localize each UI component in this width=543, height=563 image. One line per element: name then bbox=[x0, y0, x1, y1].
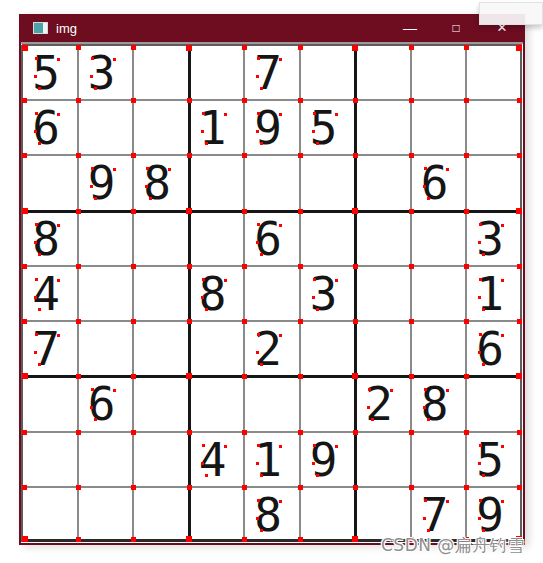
corner-marker bbox=[353, 153, 358, 158]
digit-corner-dot bbox=[390, 389, 393, 392]
corner-marker bbox=[464, 153, 469, 158]
digit-corner-dot bbox=[257, 223, 260, 226]
digit-corner-dot bbox=[57, 58, 60, 61]
corner-marker bbox=[298, 98, 303, 103]
digit-corner-dot bbox=[94, 87, 97, 90]
digit-corner-dot bbox=[257, 112, 260, 115]
corner-marker bbox=[22, 264, 27, 269]
digit-corner-dot bbox=[113, 168, 116, 171]
corner-marker bbox=[516, 373, 522, 379]
cell-r4c5: 6 bbox=[246, 214, 290, 264]
digit-corner-dot bbox=[91, 57, 94, 60]
digit-corner-dot bbox=[57, 334, 60, 337]
corner-marker bbox=[464, 319, 469, 324]
corner-marker bbox=[76, 537, 81, 542]
corner-marker bbox=[242, 319, 247, 324]
sudoku-board: 537619598686348317266284195879 bbox=[22, 45, 522, 542]
cell-r8c4: 4 bbox=[191, 435, 235, 485]
corner-marker bbox=[242, 485, 247, 490]
corner-marker bbox=[517, 319, 522, 324]
corner-marker bbox=[76, 209, 81, 214]
digit-corner-dot bbox=[479, 223, 482, 226]
digit-corner-dot bbox=[113, 58, 116, 61]
corner-marker bbox=[517, 153, 522, 158]
corner-marker bbox=[464, 45, 469, 50]
digit-corner-dot bbox=[35, 223, 38, 226]
digit-corner-dot bbox=[479, 278, 482, 281]
digit-corner-dot bbox=[501, 500, 504, 503]
corner-marker bbox=[298, 485, 303, 490]
cell-r3c3: 8 bbox=[135, 158, 179, 208]
digit-corner-dot bbox=[224, 113, 227, 116]
corner-marker bbox=[131, 45, 136, 50]
grid-line-v bbox=[354, 45, 357, 542]
cell-r1c2: 3 bbox=[80, 48, 124, 98]
digit-corner-dot bbox=[201, 462, 204, 465]
digit-corner-dot bbox=[478, 351, 481, 354]
cell-r8c5: 1 bbox=[246, 435, 290, 485]
corner-marker bbox=[242, 264, 247, 269]
corner-marker bbox=[76, 45, 81, 50]
corner-marker bbox=[76, 374, 81, 379]
corner-marker bbox=[298, 430, 303, 435]
digit-corner-dot bbox=[479, 444, 482, 447]
digit-corner-dot bbox=[501, 224, 504, 227]
digit-corner-dot bbox=[478, 517, 481, 520]
corner-marker bbox=[409, 209, 414, 214]
digit-corner-dot bbox=[202, 278, 205, 281]
digit-corner-dot bbox=[256, 517, 259, 520]
digit-corner-dot bbox=[224, 445, 227, 448]
corner-marker bbox=[516, 208, 522, 214]
digit-corner-dot bbox=[35, 333, 38, 336]
corner-marker bbox=[464, 98, 469, 103]
digit-corner-dot bbox=[35, 57, 38, 60]
corner-marker bbox=[517, 485, 522, 490]
corner-marker bbox=[242, 374, 247, 379]
grid-line-v bbox=[77, 45, 79, 542]
corner-marker bbox=[187, 153, 192, 158]
corner-marker bbox=[298, 319, 303, 324]
corner-marker bbox=[242, 45, 247, 50]
digit-corner-dot bbox=[91, 388, 94, 391]
digit-corner-dot bbox=[57, 113, 60, 116]
corner-marker bbox=[22, 485, 27, 490]
digit-corner-dot bbox=[38, 253, 41, 256]
cell-r2c5: 9 bbox=[246, 103, 290, 153]
corner-marker bbox=[76, 319, 81, 324]
digit-corner-dot bbox=[446, 168, 449, 171]
digit-corner-dot bbox=[335, 445, 338, 448]
corner-marker bbox=[516, 45, 522, 51]
screenshot: img — □ ✕ 537619598686348317266284195879… bbox=[0, 0, 543, 563]
corner-marker bbox=[186, 208, 192, 214]
corner-marker bbox=[353, 319, 358, 324]
corner-marker bbox=[298, 374, 303, 379]
corner-marker bbox=[353, 264, 358, 269]
digit-corner-dot bbox=[57, 224, 60, 227]
digit-corner-dot bbox=[312, 462, 315, 465]
digit-corner-dot bbox=[90, 185, 93, 188]
digit-corner-dot bbox=[316, 308, 319, 311]
corner-marker bbox=[464, 209, 469, 214]
grid-line-v bbox=[410, 45, 412, 542]
corner-marker bbox=[242, 209, 247, 214]
digit-corner-dot bbox=[34, 241, 37, 244]
digit-corner-dot bbox=[313, 278, 316, 281]
digit-corner-dot bbox=[501, 445, 504, 448]
digit-corner-dot bbox=[257, 333, 260, 336]
corner-marker bbox=[131, 430, 136, 435]
corner-marker bbox=[187, 430, 192, 435]
corner-marker bbox=[352, 536, 358, 542]
cell-r3c8: 6 bbox=[413, 158, 457, 208]
digit-corner-dot bbox=[478, 241, 481, 244]
digit-corner-dot bbox=[482, 529, 485, 532]
grid-line-v bbox=[465, 45, 467, 542]
corner-marker bbox=[464, 264, 469, 269]
cell-r9c5: 8 bbox=[246, 490, 290, 540]
digit-corner-dot bbox=[34, 296, 37, 299]
corner-marker bbox=[464, 485, 469, 490]
grid-line-v bbox=[132, 45, 134, 542]
cell-r3c2: 9 bbox=[80, 158, 124, 208]
cell-r2c4: 1 bbox=[191, 103, 235, 153]
digit-corner-dot bbox=[90, 75, 93, 78]
digit-corner-dot bbox=[368, 388, 371, 391]
digit-corner-dot bbox=[260, 529, 263, 532]
digit-corner-dot bbox=[38, 308, 41, 311]
digit-corner-dot bbox=[201, 130, 204, 133]
corner-marker bbox=[353, 98, 358, 103]
digit-corner-dot bbox=[427, 418, 430, 421]
corner-marker bbox=[298, 45, 303, 50]
digit-corner-dot bbox=[34, 75, 37, 78]
minimize-button[interactable]: — bbox=[390, 14, 430, 42]
digit-corner-dot bbox=[260, 474, 263, 477]
corner-marker bbox=[76, 153, 81, 158]
corner-marker bbox=[22, 536, 28, 542]
corner-marker bbox=[298, 264, 303, 269]
corner-marker bbox=[352, 208, 358, 214]
corner-marker bbox=[131, 319, 136, 324]
digit-corner-dot bbox=[205, 474, 208, 477]
corner-marker bbox=[131, 153, 136, 158]
corner-marker bbox=[409, 98, 414, 103]
digit-corner-dot bbox=[279, 334, 282, 337]
digit-corner-dot bbox=[482, 308, 485, 311]
digit-corner-dot bbox=[478, 462, 481, 465]
digit-corner-dot bbox=[316, 474, 319, 477]
digit-corner-dot bbox=[260, 253, 263, 256]
digit-corner-dot bbox=[312, 130, 315, 133]
cell-r5c1: 4 bbox=[24, 269, 68, 319]
corner-marker bbox=[242, 537, 247, 542]
digit-corner-dot bbox=[35, 112, 38, 115]
digit-corner-dot bbox=[279, 113, 282, 116]
corner-marker bbox=[352, 373, 358, 379]
digit-corner-dot bbox=[423, 517, 426, 520]
digit-corner-dot bbox=[205, 142, 208, 145]
cell-r2c1: 6 bbox=[24, 103, 68, 153]
digit-corner-dot bbox=[256, 75, 259, 78]
digit-corner-dot bbox=[424, 499, 427, 502]
digit-corner-dot bbox=[149, 197, 152, 200]
cell-r5c9: 1 bbox=[468, 269, 512, 319]
digit-corner-dot bbox=[371, 418, 374, 421]
corner-marker bbox=[131, 537, 136, 542]
digit-corner-dot bbox=[257, 57, 260, 60]
corner-marker bbox=[464, 430, 469, 435]
digit-corner-dot bbox=[312, 296, 315, 299]
corner-marker bbox=[22, 319, 27, 324]
tooltip-stub bbox=[479, 2, 543, 25]
digit-corner-dot bbox=[427, 529, 430, 532]
digit-corner-dot bbox=[34, 351, 37, 354]
digit-corner-dot bbox=[256, 130, 259, 133]
digit-corner-dot bbox=[202, 444, 205, 447]
cell-r5c6: 3 bbox=[302, 269, 346, 319]
cell-r2c6: 5 bbox=[302, 103, 346, 153]
image-canvas: 537619598686348317266284195879 bbox=[21, 42, 523, 543]
digit-corner-dot bbox=[479, 499, 482, 502]
digit-corner-dot bbox=[367, 406, 370, 409]
corner-marker bbox=[22, 153, 27, 158]
corner-marker bbox=[131, 485, 136, 490]
digit-corner-dot bbox=[35, 278, 38, 281]
window-title: img bbox=[56, 21, 77, 36]
corner-marker bbox=[409, 45, 414, 50]
corner-marker bbox=[242, 430, 247, 435]
digit-corner-dot bbox=[145, 185, 148, 188]
digit-corner-dot bbox=[113, 389, 116, 392]
digit-corner-dot bbox=[424, 388, 427, 391]
opencv-image-window: img — □ ✕ 537619598686348317266284195879 bbox=[19, 14, 525, 545]
digit-corner-dot bbox=[38, 87, 41, 90]
corner-marker bbox=[298, 153, 303, 158]
grid-line-v bbox=[243, 45, 245, 542]
digit-corner-dot bbox=[257, 499, 260, 502]
corner-marker bbox=[517, 430, 522, 435]
corner-marker bbox=[186, 45, 192, 51]
digit-corner-dot bbox=[256, 351, 259, 354]
corner-marker bbox=[187, 485, 192, 490]
digit-corner-dot bbox=[38, 142, 41, 145]
digit-corner-dot bbox=[482, 253, 485, 256]
cell-r8c9: 5 bbox=[468, 435, 512, 485]
corner-marker bbox=[22, 373, 28, 379]
corner-marker bbox=[409, 430, 414, 435]
corner-marker bbox=[409, 319, 414, 324]
corner-marker bbox=[187, 319, 192, 324]
digit-corner-dot bbox=[482, 474, 485, 477]
grid-line-v bbox=[21, 45, 23, 542]
cell-r6c9: 6 bbox=[468, 324, 512, 374]
cell-r7c8: 8 bbox=[413, 379, 457, 429]
digit-corner-dot bbox=[479, 333, 482, 336]
corner-marker bbox=[242, 98, 247, 103]
digit-corner-dot bbox=[260, 363, 263, 366]
grid-line-v bbox=[520, 45, 522, 542]
corner-marker bbox=[464, 374, 469, 379]
digit-corner-dot bbox=[482, 363, 485, 366]
digit-corner-dot bbox=[501, 334, 504, 337]
cell-r9c8: 7 bbox=[413, 490, 457, 540]
corner-marker bbox=[242, 153, 247, 158]
image-window-icon bbox=[33, 22, 48, 34]
corner-marker bbox=[22, 208, 28, 214]
digit-corner-dot bbox=[478, 296, 481, 299]
corner-marker bbox=[186, 536, 192, 542]
digit-corner-dot bbox=[57, 279, 60, 282]
corner-marker bbox=[131, 264, 136, 269]
corner-marker bbox=[131, 98, 136, 103]
corner-marker bbox=[76, 485, 81, 490]
corner-marker bbox=[76, 264, 81, 269]
digit-corner-dot bbox=[446, 500, 449, 503]
corner-marker bbox=[22, 98, 27, 103]
maximize-button[interactable]: □ bbox=[436, 14, 476, 42]
digit-corner-dot bbox=[279, 500, 282, 503]
corner-marker bbox=[22, 45, 28, 51]
digit-corner-dot bbox=[335, 113, 338, 116]
digit-corner-dot bbox=[168, 168, 171, 171]
watermark: CSDN @扁舟钓雪 bbox=[381, 534, 525, 557]
digit-corner-dot bbox=[256, 241, 259, 244]
digit-corner-dot bbox=[34, 130, 37, 133]
digit-corner-dot bbox=[201, 296, 204, 299]
digit-corner-dot bbox=[427, 197, 430, 200]
corner-marker bbox=[131, 209, 136, 214]
digit-corner-dot bbox=[313, 112, 316, 115]
corner-marker bbox=[353, 485, 358, 490]
digit-corner-dot bbox=[94, 197, 97, 200]
digit-corner-dot bbox=[260, 142, 263, 145]
digit-corner-dot bbox=[423, 185, 426, 188]
digit-corner-dot bbox=[313, 444, 316, 447]
digit-corner-dot bbox=[256, 462, 259, 465]
digit-corner-dot bbox=[279, 445, 282, 448]
corner-marker bbox=[517, 264, 522, 269]
corner-marker bbox=[186, 373, 192, 379]
cell-r6c5: 2 bbox=[246, 324, 290, 374]
digit-corner-dot bbox=[146, 167, 149, 170]
corner-marker bbox=[131, 374, 136, 379]
corner-marker bbox=[298, 537, 303, 542]
digit-corner-dot bbox=[446, 389, 449, 392]
digit-corner-dot bbox=[424, 167, 427, 170]
digit-corner-dot bbox=[501, 279, 504, 282]
corner-marker bbox=[352, 45, 358, 51]
corner-marker bbox=[298, 209, 303, 214]
window-titlebar[interactable]: img — □ ✕ bbox=[19, 14, 525, 42]
digit-corner-dot bbox=[335, 279, 338, 282]
digit-corner-dot bbox=[224, 279, 227, 282]
corner-marker bbox=[76, 98, 81, 103]
digit-corner-dot bbox=[205, 308, 208, 311]
cell-r1c5: 7 bbox=[246, 48, 290, 98]
cell-r1c1: 5 bbox=[24, 48, 68, 98]
corner-marker bbox=[409, 485, 414, 490]
corner-marker bbox=[22, 430, 27, 435]
digit-corner-dot bbox=[90, 406, 93, 409]
digit-corner-dot bbox=[423, 406, 426, 409]
cell-r4c9: 3 bbox=[468, 214, 512, 264]
digit-corner-dot bbox=[38, 363, 41, 366]
cell-r7c7: 2 bbox=[357, 379, 401, 429]
cell-r6c1: 7 bbox=[24, 324, 68, 374]
digit-corner-dot bbox=[94, 418, 97, 421]
corner-marker bbox=[187, 98, 192, 103]
cell-r8c6: 9 bbox=[302, 435, 346, 485]
corner-marker bbox=[409, 264, 414, 269]
corner-marker bbox=[409, 374, 414, 379]
digit-corner-dot bbox=[316, 142, 319, 145]
digit-corner-dot bbox=[202, 112, 205, 115]
digit-corner-dot bbox=[260, 87, 263, 90]
cell-r9c9: 9 bbox=[468, 490, 512, 540]
corner-marker bbox=[76, 430, 81, 435]
digit-corner-dot bbox=[91, 167, 94, 170]
corner-marker bbox=[187, 264, 192, 269]
digit-corner-dot bbox=[279, 224, 282, 227]
cell-r4c1: 8 bbox=[24, 214, 68, 264]
cell-r5c4: 8 bbox=[191, 269, 235, 319]
corner-marker bbox=[517, 98, 522, 103]
cell-r7c2: 6 bbox=[80, 379, 124, 429]
digit-corner-dot bbox=[279, 58, 282, 61]
digit-corner-dot bbox=[257, 444, 260, 447]
corner-marker bbox=[353, 430, 358, 435]
corner-marker bbox=[409, 153, 414, 158]
